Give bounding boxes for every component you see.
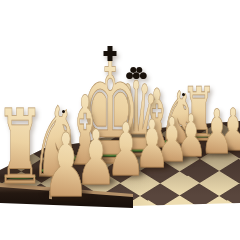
piece-glyph: ♜ (0, 96, 44, 199)
knight-eye (182, 93, 185, 96)
cross-finial (104, 46, 117, 61)
chess-set-photo: ♜♞♝♚♛●●●●●♝♞♜♟♟♟♟♟♟♟♟ (0, 0, 240, 240)
piece-glyph: ♟ (42, 122, 89, 210)
knight-eye (62, 110, 65, 113)
pieces-layer: ♜♞♝♚♛●●●●●♝♞♜♟♟♟♟♟♟♟♟ (0, 0, 240, 240)
